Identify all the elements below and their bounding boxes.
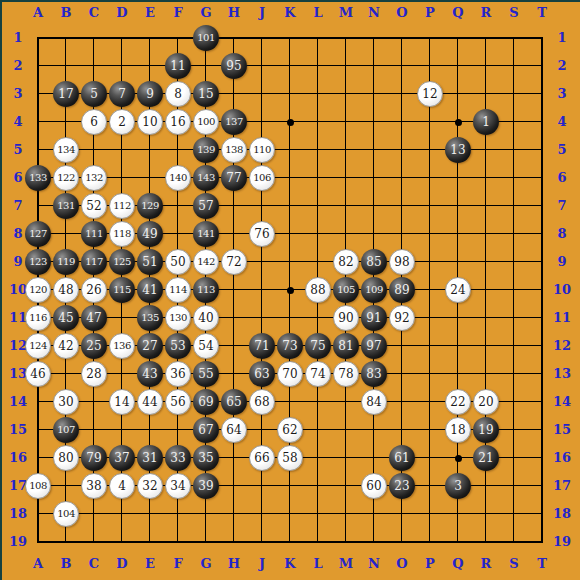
intersection-L4[interactable] xyxy=(304,108,332,136)
intersection-R17[interactable] xyxy=(472,472,500,500)
column-labels-top: ABCDEFGHJKLMNOPQRST xyxy=(24,0,556,26)
intersection-E18[interactable] xyxy=(136,500,164,528)
intersection-J18[interactable] xyxy=(248,500,276,528)
intersection-S11[interactable] xyxy=(500,304,528,332)
intersection-J3[interactable] xyxy=(248,80,276,108)
intersection-E15[interactable] xyxy=(136,416,164,444)
intersection-A16[interactable] xyxy=(24,444,52,472)
stone-black-43-E13: 43 xyxy=(137,361,163,387)
intersection-P18[interactable] xyxy=(416,500,444,528)
stone-white-46-A13: 46 xyxy=(25,361,51,387)
intersection-M4[interactable] xyxy=(332,108,360,136)
intersection-R18[interactable] xyxy=(472,500,500,528)
stone-white-12-P3: 12 xyxy=(417,81,443,107)
intersection-O13[interactable] xyxy=(388,360,416,388)
intersection-P12[interactable] xyxy=(416,332,444,360)
intersection-L19[interactable] xyxy=(304,528,332,556)
intersection-H12[interactable] xyxy=(220,332,248,360)
intersection-L8[interactable] xyxy=(304,220,332,248)
intersection-L14[interactable] xyxy=(304,388,332,416)
intersection-M7[interactable] xyxy=(332,192,360,220)
intersection-T7[interactable] xyxy=(528,192,556,220)
intersection-S3[interactable] xyxy=(500,80,528,108)
intersection-Q12[interactable] xyxy=(444,332,472,360)
intersection-O15[interactable] xyxy=(388,416,416,444)
intersection-A14[interactable] xyxy=(24,388,52,416)
intersection-R5[interactable] xyxy=(472,136,500,164)
intersection-C19[interactable] xyxy=(80,528,108,556)
intersection-E2[interactable] xyxy=(136,52,164,80)
intersection-J7[interactable] xyxy=(248,192,276,220)
intersection-P5[interactable] xyxy=(416,136,444,164)
intersection-T10[interactable] xyxy=(528,276,556,304)
intersection-O5[interactable] xyxy=(388,136,416,164)
intersection-S9[interactable] xyxy=(500,248,528,276)
intersection-L15[interactable] xyxy=(304,416,332,444)
intersection-S6[interactable] xyxy=(500,164,528,192)
stone-black-25-C12: 25 xyxy=(81,333,107,359)
stone-black-131-B7: 131 xyxy=(53,193,79,219)
intersection-R1[interactable] xyxy=(472,24,500,52)
intersection-S19[interactable] xyxy=(500,528,528,556)
intersection-O1[interactable] xyxy=(388,24,416,52)
intersection-Q6[interactable] xyxy=(444,164,472,192)
stone-black-89-O10: 89 xyxy=(389,277,415,303)
intersection-O3[interactable] xyxy=(388,80,416,108)
intersection-O6[interactable] xyxy=(388,164,416,192)
intersection-R7[interactable] xyxy=(472,192,500,220)
intersection-P2[interactable] xyxy=(416,52,444,80)
intersection-L7[interactable] xyxy=(304,192,332,220)
intersection-S4[interactable] xyxy=(500,108,528,136)
intersection-S8[interactable] xyxy=(500,220,528,248)
intersection-C18[interactable] xyxy=(80,500,108,528)
stone-black-135-E11: 135 xyxy=(137,305,163,331)
intersection-A18[interactable] xyxy=(24,500,52,528)
intersection-T14[interactable] xyxy=(528,388,556,416)
stone-black-107-B15: 107 xyxy=(53,417,79,443)
intersection-D13[interactable] xyxy=(108,360,136,388)
intersection-T2[interactable] xyxy=(528,52,556,80)
intersection-C2[interactable] xyxy=(80,52,108,80)
intersection-T8[interactable] xyxy=(528,220,556,248)
intersection-L16[interactable] xyxy=(304,444,332,472)
intersection-R19[interactable] xyxy=(472,528,500,556)
intersection-C15[interactable] xyxy=(80,416,108,444)
intersection-S2[interactable] xyxy=(500,52,528,80)
stone-black-19-R15: 19 xyxy=(473,417,499,443)
intersection-H8[interactable] xyxy=(220,220,248,248)
intersection-T1[interactable] xyxy=(528,24,556,52)
intersection-T4[interactable] xyxy=(528,108,556,136)
intersection-S10[interactable] xyxy=(500,276,528,304)
stone-white-108-A17: 108 xyxy=(25,473,51,499)
intersection-N3[interactable] xyxy=(360,80,388,108)
intersection-K18[interactable] xyxy=(276,500,304,528)
intersection-D1[interactable] xyxy=(108,24,136,52)
stone-black-101-G1: 101 xyxy=(193,25,219,51)
stone-white-142-G9: 142 xyxy=(193,249,219,275)
intersection-D11[interactable] xyxy=(108,304,136,332)
col-label-top-H: H xyxy=(220,0,248,26)
intersection-P1[interactable] xyxy=(416,24,444,52)
intersection-M18[interactable] xyxy=(332,500,360,528)
intersection-S13[interactable] xyxy=(500,360,528,388)
intersection-G19[interactable] xyxy=(192,528,220,556)
intersection-K1[interactable] xyxy=(276,24,304,52)
intersection-B2[interactable] xyxy=(52,52,80,80)
intersection-L3[interactable] xyxy=(304,80,332,108)
intersection-A19[interactable] xyxy=(24,528,52,556)
intersection-A7[interactable] xyxy=(24,192,52,220)
stone-black-45-B11: 45 xyxy=(53,305,79,331)
intersection-O2[interactable] xyxy=(388,52,416,80)
intersection-G2[interactable] xyxy=(192,52,220,80)
intersection-J17[interactable] xyxy=(248,472,276,500)
intersection-F18[interactable] xyxy=(164,500,192,528)
intersection-Q19[interactable] xyxy=(444,528,472,556)
stone-black-37-D16: 37 xyxy=(109,445,135,471)
intersection-D15[interactable] xyxy=(108,416,136,444)
intersection-M2[interactable] xyxy=(332,52,360,80)
intersection-J10[interactable] xyxy=(248,276,276,304)
intersection-H3[interactable] xyxy=(220,80,248,108)
intersection-S15[interactable] xyxy=(500,416,528,444)
intersection-J15[interactable] xyxy=(248,416,276,444)
col-label-top-J: J xyxy=(248,0,276,26)
intersection-Q11[interactable] xyxy=(444,304,472,332)
stone-white-72-H9: 72 xyxy=(221,249,247,275)
intersection-K8[interactable] xyxy=(276,220,304,248)
intersection-Q3[interactable] xyxy=(444,80,472,108)
intersection-H17[interactable] xyxy=(220,472,248,500)
intersection-K14[interactable] xyxy=(276,388,304,416)
col-label-top-G: G xyxy=(192,0,220,26)
intersection-E1[interactable] xyxy=(136,24,164,52)
intersection-O4[interactable] xyxy=(388,108,416,136)
intersection-P16[interactable] xyxy=(416,444,444,472)
intersection-R11[interactable] xyxy=(472,304,500,332)
intersection-T17[interactable] xyxy=(528,472,556,500)
stone-black-17-B3: 17 xyxy=(53,81,79,107)
intersection-D6[interactable] xyxy=(108,164,136,192)
intersection-D18[interactable] xyxy=(108,500,136,528)
intersection-B8[interactable] xyxy=(52,220,80,248)
intersection-P4[interactable] xyxy=(416,108,444,136)
intersection-A5[interactable] xyxy=(24,136,52,164)
intersection-T11[interactable] xyxy=(528,304,556,332)
intersection-O14[interactable] xyxy=(388,388,416,416)
intersection-R3[interactable] xyxy=(472,80,500,108)
intersection-F5[interactable] xyxy=(164,136,192,164)
intersection-H7[interactable] xyxy=(220,192,248,220)
stone-black-49-E8: 49 xyxy=(137,221,163,247)
intersection-T12[interactable] xyxy=(528,332,556,360)
intersection-P14[interactable] xyxy=(416,388,444,416)
intersection-F8[interactable] xyxy=(164,220,192,248)
intersection-H13[interactable] xyxy=(220,360,248,388)
stone-black-125-D9: 125 xyxy=(109,249,135,275)
intersection-T15[interactable] xyxy=(528,416,556,444)
intersection-P9[interactable] xyxy=(416,248,444,276)
intersection-M19[interactable] xyxy=(332,528,360,556)
intersection-F1[interactable] xyxy=(164,24,192,52)
intersection-B13[interactable] xyxy=(52,360,80,388)
intersection-N5[interactable] xyxy=(360,136,388,164)
intersection-N7[interactable] xyxy=(360,192,388,220)
intersection-O12[interactable] xyxy=(388,332,416,360)
intersection-L1[interactable] xyxy=(304,24,332,52)
intersection-D5[interactable] xyxy=(108,136,136,164)
col-label-top-L: L xyxy=(304,0,332,26)
intersection-Q9[interactable] xyxy=(444,248,472,276)
intersection-P11[interactable] xyxy=(416,304,444,332)
intersection-Q2[interactable] xyxy=(444,52,472,80)
intersection-M15[interactable] xyxy=(332,416,360,444)
stone-white-28-C13: 28 xyxy=(81,361,107,387)
intersection-P19[interactable] xyxy=(416,528,444,556)
intersection-R10[interactable] xyxy=(472,276,500,304)
intersection-C1[interactable] xyxy=(80,24,108,52)
intersection-K5[interactable] xyxy=(276,136,304,164)
intersection-R12[interactable] xyxy=(472,332,500,360)
intersection-S16[interactable] xyxy=(500,444,528,472)
intersection-O8[interactable] xyxy=(388,220,416,248)
col-label-top-Q: Q xyxy=(444,0,472,26)
stone-black-115-D10: 115 xyxy=(109,277,135,303)
intersection-P10[interactable] xyxy=(416,276,444,304)
stone-white-70-K13: 70 xyxy=(277,361,303,387)
col-label-top-R: R xyxy=(472,0,500,26)
intersection-Q1[interactable] xyxy=(444,24,472,52)
stone-white-100-G4: 100 xyxy=(193,109,219,135)
stone-black-119-B9: 119 xyxy=(53,249,79,275)
intersection-A2[interactable] xyxy=(24,52,52,80)
intersection-T3[interactable] xyxy=(528,80,556,108)
col-label-top-F: F xyxy=(164,0,192,26)
intersection-K11[interactable] xyxy=(276,304,304,332)
intersection-N16[interactable] xyxy=(360,444,388,472)
intersection-N15[interactable] xyxy=(360,416,388,444)
intersection-M17[interactable] xyxy=(332,472,360,500)
intersection-F7[interactable] xyxy=(164,192,192,220)
intersection-T6[interactable] xyxy=(528,164,556,192)
intersection-A3[interactable] xyxy=(24,80,52,108)
stone-white-24-Q10: 24 xyxy=(445,277,471,303)
intersection-T19[interactable] xyxy=(528,528,556,556)
intersection-F19[interactable] xyxy=(164,528,192,556)
stone-black-97-N12: 97 xyxy=(361,333,387,359)
intersection-R6[interactable] xyxy=(472,164,500,192)
stone-white-10-E4: 10 xyxy=(137,109,163,135)
intersection-R8[interactable] xyxy=(472,220,500,248)
stone-white-140-F6: 140 xyxy=(165,165,191,191)
intersection-E6[interactable] xyxy=(136,164,164,192)
col-label-top-E: E xyxy=(136,0,164,26)
intersection-Q18[interactable] xyxy=(444,500,472,528)
intersection-N19[interactable] xyxy=(360,528,388,556)
intersection-D2[interactable] xyxy=(108,52,136,80)
stone-black-75-L12: 75 xyxy=(305,333,331,359)
intersection-N8[interactable] xyxy=(360,220,388,248)
intersection-S17[interactable] xyxy=(500,472,528,500)
intersection-S5[interactable] xyxy=(500,136,528,164)
intersection-O19[interactable] xyxy=(388,528,416,556)
intersection-H19[interactable] xyxy=(220,528,248,556)
intersection-M5[interactable] xyxy=(332,136,360,164)
intersection-J4[interactable] xyxy=(248,108,276,136)
stone-white-82-M9: 82 xyxy=(333,249,359,275)
goban[interactable]: 1234567891011121314151617181920212223242… xyxy=(24,24,556,556)
col-label-top-M: M xyxy=(332,0,360,26)
stone-white-112-D7: 112 xyxy=(109,193,135,219)
intersection-C14[interactable] xyxy=(80,388,108,416)
stone-black-55-G13: 55 xyxy=(193,361,219,387)
intersection-N6[interactable] xyxy=(360,164,388,192)
intersection-M8[interactable] xyxy=(332,220,360,248)
stone-black-73-K12: 73 xyxy=(277,333,303,359)
intersection-B19[interactable] xyxy=(52,528,80,556)
stone-black-83-N13: 83 xyxy=(361,361,387,387)
stone-white-132-C6: 132 xyxy=(81,165,107,191)
intersection-L17[interactable] xyxy=(304,472,332,500)
go-game-record-viewer: ABCDEFGHJKLMNOPQRST ABCDEFGHJKLMNOPQRST … xyxy=(0,0,580,580)
intersection-R13[interactable] xyxy=(472,360,500,388)
intersection-N1[interactable] xyxy=(360,24,388,52)
intersection-L6[interactable] xyxy=(304,164,332,192)
intersection-N4[interactable] xyxy=(360,108,388,136)
intersection-M3[interactable] xyxy=(332,80,360,108)
stone-white-98-O9: 98 xyxy=(389,249,415,275)
intersection-S12[interactable] xyxy=(500,332,528,360)
intersection-S14[interactable] xyxy=(500,388,528,416)
stone-black-31-E16: 31 xyxy=(137,445,163,471)
stone-white-104-B18: 104 xyxy=(53,501,79,527)
intersection-K3[interactable] xyxy=(276,80,304,108)
intersection-K2[interactable] xyxy=(276,52,304,80)
intersection-T16[interactable] xyxy=(528,444,556,472)
stone-white-106-J6: 106 xyxy=(249,165,275,191)
intersection-T18[interactable] xyxy=(528,500,556,528)
intersection-K17[interactable] xyxy=(276,472,304,500)
intersection-D19[interactable] xyxy=(108,528,136,556)
intersection-P8[interactable] xyxy=(416,220,444,248)
intersection-J2[interactable] xyxy=(248,52,276,80)
intersection-Q8[interactable] xyxy=(444,220,472,248)
stone-black-47-C11: 47 xyxy=(81,305,107,331)
intersection-P13[interactable] xyxy=(416,360,444,388)
intersection-M14[interactable] xyxy=(332,388,360,416)
stone-black-85-N9: 85 xyxy=(361,249,387,275)
intersection-R9[interactable] xyxy=(472,248,500,276)
intersection-K7[interactable] xyxy=(276,192,304,220)
intersection-A4[interactable] xyxy=(24,108,52,136)
stone-white-118-D8: 118 xyxy=(109,221,135,247)
stone-white-84-N14: 84 xyxy=(361,389,387,415)
intersection-K6[interactable] xyxy=(276,164,304,192)
intersection-H10[interactable] xyxy=(220,276,248,304)
intersection-M1[interactable] xyxy=(332,24,360,52)
intersection-K9[interactable] xyxy=(276,248,304,276)
stone-white-34-F17: 34 xyxy=(165,473,191,499)
intersection-L9[interactable] xyxy=(304,248,332,276)
intersection-H11[interactable] xyxy=(220,304,248,332)
intersection-S7[interactable] xyxy=(500,192,528,220)
stone-black-5-C3: 5 xyxy=(81,81,107,107)
intersection-B17[interactable] xyxy=(52,472,80,500)
stone-white-116-A11: 116 xyxy=(25,305,51,331)
intersection-S18[interactable] xyxy=(500,500,528,528)
intersection-J11[interactable] xyxy=(248,304,276,332)
intersection-E19[interactable] xyxy=(136,528,164,556)
intersection-F15[interactable] xyxy=(164,416,192,444)
intersection-L11[interactable] xyxy=(304,304,332,332)
stone-black-27-E12: 27 xyxy=(137,333,163,359)
intersection-L5[interactable] xyxy=(304,136,332,164)
intersection-E5[interactable] xyxy=(136,136,164,164)
intersection-A1[interactable] xyxy=(24,24,52,52)
stone-black-91-N11: 91 xyxy=(361,305,387,331)
intersection-J9[interactable] xyxy=(248,248,276,276)
intersection-N2[interactable] xyxy=(360,52,388,80)
stone-white-68-J14: 68 xyxy=(249,389,275,415)
stone-white-56-F14: 56 xyxy=(165,389,191,415)
stone-black-51-E9: 51 xyxy=(137,249,163,275)
stone-black-57-G7: 57 xyxy=(193,193,219,219)
intersection-R2[interactable] xyxy=(472,52,500,80)
star-point-K4 xyxy=(287,119,294,126)
intersection-P15[interactable] xyxy=(416,416,444,444)
stone-white-80-B16: 80 xyxy=(53,445,79,471)
intersection-T5[interactable] xyxy=(528,136,556,164)
stone-white-32-E17: 32 xyxy=(137,473,163,499)
intersection-L2[interactable] xyxy=(304,52,332,80)
intersection-J1[interactable] xyxy=(248,24,276,52)
stone-white-64-H15: 64 xyxy=(221,417,247,443)
stone-white-130-F11: 130 xyxy=(165,305,191,331)
intersection-G18[interactable] xyxy=(192,500,220,528)
intersection-Q13[interactable] xyxy=(444,360,472,388)
intersection-J19[interactable] xyxy=(248,528,276,556)
intersection-T9[interactable] xyxy=(528,248,556,276)
intersection-M16[interactable] xyxy=(332,444,360,472)
intersection-L18[interactable] xyxy=(304,500,332,528)
intersection-K19[interactable] xyxy=(276,528,304,556)
intersection-M6[interactable] xyxy=(332,164,360,192)
intersection-O18[interactable] xyxy=(388,500,416,528)
intersection-H16[interactable] xyxy=(220,444,248,472)
stone-black-3-Q17: 3 xyxy=(445,473,471,499)
stone-white-58-K16: 58 xyxy=(277,445,303,471)
intersection-P17[interactable] xyxy=(416,472,444,500)
intersection-Q7[interactable] xyxy=(444,192,472,220)
stone-white-36-F13: 36 xyxy=(165,361,191,387)
intersection-P7[interactable] xyxy=(416,192,444,220)
intersection-B4[interactable] xyxy=(52,108,80,136)
intersection-A15[interactable] xyxy=(24,416,52,444)
intersection-B1[interactable] xyxy=(52,24,80,52)
intersection-P6[interactable] xyxy=(416,164,444,192)
intersection-T13[interactable] xyxy=(528,360,556,388)
intersection-N18[interactable] xyxy=(360,500,388,528)
stone-white-22-Q14: 22 xyxy=(445,389,471,415)
intersection-S1[interactable] xyxy=(500,24,528,52)
intersection-O7[interactable] xyxy=(388,192,416,220)
intersection-H1[interactable] xyxy=(220,24,248,52)
intersection-C5[interactable] xyxy=(80,136,108,164)
intersection-H18[interactable] xyxy=(220,500,248,528)
stone-white-30-B14: 30 xyxy=(53,389,79,415)
